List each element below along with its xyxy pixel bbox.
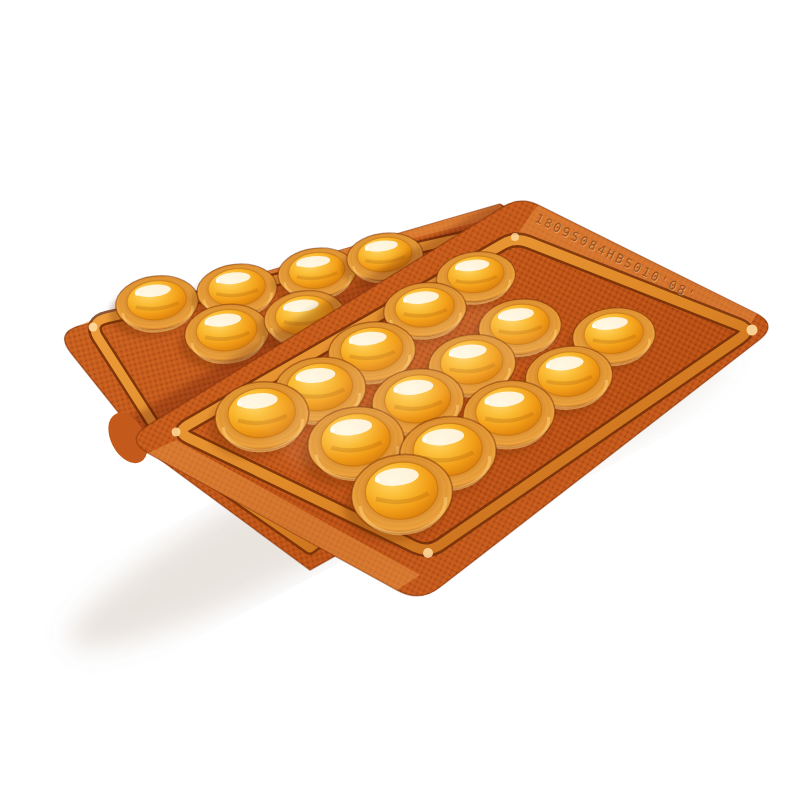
- blister-pack-scene: 1809S084HBS010'08' 1809S084HBS010'08': [0, 0, 800, 800]
- product-photo: 1809S084HBS010'08' 1809S084HBS010'08': [0, 0, 800, 800]
- rim-corner-highlight-bottom: [423, 548, 433, 558]
- rim-corner-highlight-left: [172, 428, 181, 437]
- back-rim-corner-highlight: [89, 323, 98, 332]
- rim-corner-highlight-right: [747, 325, 758, 336]
- rim-corner-highlight-top: [511, 233, 519, 241]
